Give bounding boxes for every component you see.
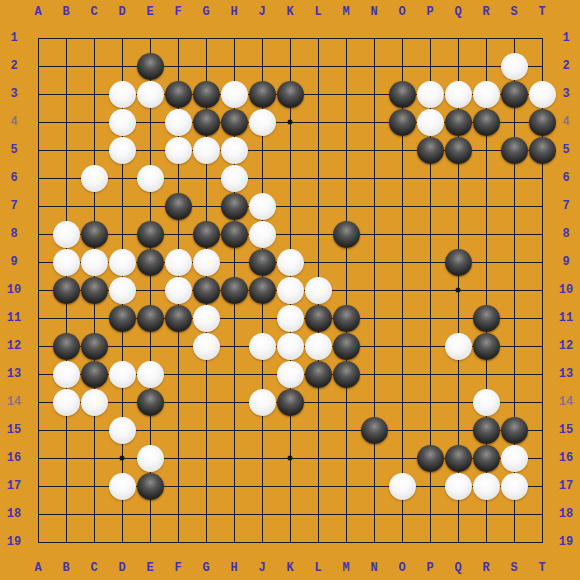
white-stone-b8[interactable] [53,221,80,248]
white-stone-g12[interactable] [193,333,220,360]
intersection-m15[interactable] [332,416,360,444]
intersection-q18[interactable] [444,500,472,528]
intersection-m17[interactable] [332,472,360,500]
white-stone-k13[interactable] [277,361,304,388]
black-stone-k14[interactable] [277,389,304,416]
intersection-f16[interactable] [164,444,192,472]
intersection-s11[interactable] [500,304,528,332]
intersection-a14[interactable] [24,388,52,416]
intersection-g1[interactable] [192,24,220,52]
white-stone-c9[interactable] [81,249,108,276]
intersection-l4[interactable] [304,108,332,136]
intersection-l2[interactable] [304,52,332,80]
intersection-b19[interactable] [52,528,80,556]
intersection-a12[interactable] [24,332,52,360]
white-stone-r3[interactable] [473,81,500,108]
intersection-l14[interactable] [304,388,332,416]
intersection-c4[interactable] [80,108,108,136]
white-stone-t3[interactable] [529,81,556,108]
black-stone-b10[interactable] [53,277,80,304]
white-stone-p4[interactable] [417,109,444,136]
intersection-h17[interactable] [220,472,248,500]
intersection-k8[interactable] [276,220,304,248]
intersection-l19[interactable] [304,528,332,556]
white-stone-d17[interactable] [109,473,136,500]
intersection-n18[interactable] [360,500,388,528]
white-stone-b13[interactable] [53,361,80,388]
white-stone-f5[interactable] [165,137,192,164]
white-stone-b14[interactable] [53,389,80,416]
black-stone-e17[interactable] [137,473,164,500]
intersection-q10[interactable] [444,276,472,304]
intersection-h16[interactable] [220,444,248,472]
intersection-o9[interactable] [388,248,416,276]
intersection-q6[interactable] [444,164,472,192]
intersection-c5[interactable] [80,136,108,164]
intersection-p14[interactable] [416,388,444,416]
intersection-r2[interactable] [472,52,500,80]
intersection-k5[interactable] [276,136,304,164]
white-stone-k11[interactable] [277,305,304,332]
intersection-p18[interactable] [416,500,444,528]
black-stone-c12[interactable] [81,333,108,360]
intersection-g6[interactable] [192,164,220,192]
white-stone-e6[interactable] [137,165,164,192]
intersection-l6[interactable] [304,164,332,192]
white-stone-s16[interactable] [501,445,528,472]
white-stone-c6[interactable] [81,165,108,192]
white-stone-g5[interactable] [193,137,220,164]
white-stone-j7[interactable] [249,193,276,220]
intersection-s10[interactable] [500,276,528,304]
intersection-g2[interactable] [192,52,220,80]
intersection-f13[interactable] [164,360,192,388]
intersection-p19[interactable] [416,528,444,556]
black-stone-p5[interactable] [417,137,444,164]
intersection-t1[interactable] [528,24,556,52]
intersection-a13[interactable] [24,360,52,388]
intersection-h2[interactable] [220,52,248,80]
intersection-p6[interactable] [416,164,444,192]
intersection-a11[interactable] [24,304,52,332]
intersection-d8[interactable] [108,220,136,248]
white-stone-d9[interactable] [109,249,136,276]
intersection-o19[interactable] [388,528,416,556]
intersection-q19[interactable] [444,528,472,556]
intersection-r10[interactable] [472,276,500,304]
intersection-s18[interactable] [500,500,528,528]
black-stone-g10[interactable] [193,277,220,304]
intersection-j11[interactable] [248,304,276,332]
black-stone-h4[interactable] [221,109,248,136]
intersection-g16[interactable] [192,444,220,472]
black-stone-f11[interactable] [165,305,192,332]
black-stone-b12[interactable] [53,333,80,360]
white-stone-o17[interactable] [389,473,416,500]
intersection-f8[interactable] [164,220,192,248]
intersection-l1[interactable] [304,24,332,52]
intersection-t12[interactable] [528,332,556,360]
intersection-j18[interactable] [248,500,276,528]
intersection-f12[interactable] [164,332,192,360]
white-stone-k10[interactable] [277,277,304,304]
intersection-c18[interactable] [80,500,108,528]
black-stone-r4[interactable] [473,109,500,136]
intersection-n7[interactable] [360,192,388,220]
intersection-t2[interactable] [528,52,556,80]
intersection-a15[interactable] [24,416,52,444]
intersection-s14[interactable] [500,388,528,416]
intersection-k7[interactable] [276,192,304,220]
intersection-c3[interactable] [80,80,108,108]
intersection-j15[interactable] [248,416,276,444]
white-stone-e16[interactable] [137,445,164,472]
intersection-h15[interactable] [220,416,248,444]
black-stone-q9[interactable] [445,249,472,276]
intersection-d18[interactable] [108,500,136,528]
intersection-e19[interactable] [136,528,164,556]
intersection-f18[interactable] [164,500,192,528]
intersection-r9[interactable] [472,248,500,276]
intersection-p13[interactable] [416,360,444,388]
intersection-g7[interactable] [192,192,220,220]
intersection-f2[interactable] [164,52,192,80]
intersection-a1[interactable] [24,24,52,52]
intersection-a2[interactable] [24,52,52,80]
intersection-o15[interactable] [388,416,416,444]
intersection-p17[interactable] [416,472,444,500]
intersection-m14[interactable] [332,388,360,416]
intersection-s6[interactable] [500,164,528,192]
white-stone-d10[interactable] [109,277,136,304]
black-stone-s15[interactable] [501,417,528,444]
intersection-t10[interactable] [528,276,556,304]
black-stone-j3[interactable] [249,81,276,108]
white-stone-f10[interactable] [165,277,192,304]
white-stone-b9[interactable] [53,249,80,276]
intersection-b2[interactable] [52,52,80,80]
intersection-o1[interactable] [388,24,416,52]
intersection-t6[interactable] [528,164,556,192]
intersection-a3[interactable] [24,80,52,108]
white-stone-r14[interactable] [473,389,500,416]
intersection-n16[interactable] [360,444,388,472]
intersection-k6[interactable] [276,164,304,192]
intersection-e1[interactable] [136,24,164,52]
black-stone-h7[interactable] [221,193,248,220]
intersection-h1[interactable] [220,24,248,52]
black-stone-m11[interactable] [333,305,360,332]
intersection-q11[interactable] [444,304,472,332]
intersection-o12[interactable] [388,332,416,360]
intersection-j16[interactable] [248,444,276,472]
intersection-r1[interactable] [472,24,500,52]
white-stone-p3[interactable] [417,81,444,108]
intersection-h11[interactable] [220,304,248,332]
intersection-d6[interactable] [108,164,136,192]
white-stone-j4[interactable] [249,109,276,136]
black-stone-t5[interactable] [529,137,556,164]
intersection-m19[interactable] [332,528,360,556]
intersection-n2[interactable] [360,52,388,80]
intersection-d16[interactable] [108,444,136,472]
white-stone-s2[interactable] [501,53,528,80]
intersection-n8[interactable] [360,220,388,248]
intersection-o2[interactable] [388,52,416,80]
white-stone-q17[interactable] [445,473,472,500]
white-stone-l10[interactable] [305,277,332,304]
intersection-m4[interactable] [332,108,360,136]
black-stone-r15[interactable] [473,417,500,444]
intersection-k17[interactable] [276,472,304,500]
intersection-l9[interactable] [304,248,332,276]
intersection-c17[interactable] [80,472,108,500]
intersection-n13[interactable] [360,360,388,388]
intersection-q13[interactable] [444,360,472,388]
intersection-f19[interactable] [164,528,192,556]
intersection-a17[interactable] [24,472,52,500]
intersection-f17[interactable] [164,472,192,500]
intersection-s4[interactable] [500,108,528,136]
intersection-f1[interactable] [164,24,192,52]
intersection-k15[interactable] [276,416,304,444]
white-stone-f4[interactable] [165,109,192,136]
intersection-a16[interactable] [24,444,52,472]
black-stone-e2[interactable] [137,53,164,80]
intersection-n3[interactable] [360,80,388,108]
white-stone-q12[interactable] [445,333,472,360]
intersection-l18[interactable] [304,500,332,528]
intersection-m5[interactable] [332,136,360,164]
intersection-t8[interactable] [528,220,556,248]
intersection-t9[interactable] [528,248,556,276]
intersection-g14[interactable] [192,388,220,416]
intersection-m1[interactable] [332,24,360,52]
intersection-r13[interactable] [472,360,500,388]
intersection-p7[interactable] [416,192,444,220]
intersection-s1[interactable] [500,24,528,52]
intersection-q2[interactable] [444,52,472,80]
intersection-b5[interactable] [52,136,80,164]
intersection-c7[interactable] [80,192,108,220]
intersection-p8[interactable] [416,220,444,248]
intersection-o7[interactable] [388,192,416,220]
intersection-c2[interactable] [80,52,108,80]
intersection-d7[interactable] [108,192,136,220]
intersection-c1[interactable] [80,24,108,52]
intersection-o14[interactable] [388,388,416,416]
white-stone-j12[interactable] [249,333,276,360]
black-stone-q16[interactable] [445,445,472,472]
intersection-b6[interactable] [52,164,80,192]
intersection-r8[interactable] [472,220,500,248]
intersection-b11[interactable] [52,304,80,332]
intersection-c19[interactable] [80,528,108,556]
intersection-b16[interactable] [52,444,80,472]
intersection-p1[interactable] [416,24,444,52]
white-stone-d3[interactable] [109,81,136,108]
intersection-l16[interactable] [304,444,332,472]
intersection-t13[interactable] [528,360,556,388]
intersection-d2[interactable] [108,52,136,80]
intersection-b4[interactable] [52,108,80,136]
intersection-b1[interactable] [52,24,80,52]
black-stone-m13[interactable] [333,361,360,388]
black-stone-f7[interactable] [165,193,192,220]
intersection-l15[interactable] [304,416,332,444]
intersection-e7[interactable] [136,192,164,220]
black-stone-o4[interactable] [389,109,416,136]
white-stone-j14[interactable] [249,389,276,416]
intersection-p15[interactable] [416,416,444,444]
black-stone-g8[interactable] [193,221,220,248]
intersection-o16[interactable] [388,444,416,472]
intersection-c16[interactable] [80,444,108,472]
intersection-a10[interactable] [24,276,52,304]
intersection-m2[interactable] [332,52,360,80]
intersection-a19[interactable] [24,528,52,556]
intersection-j6[interactable] [248,164,276,192]
white-stone-h6[interactable] [221,165,248,192]
intersection-e18[interactable] [136,500,164,528]
white-stone-r17[interactable] [473,473,500,500]
white-stone-d13[interactable] [109,361,136,388]
intersection-g17[interactable] [192,472,220,500]
black-stone-r12[interactable] [473,333,500,360]
white-stone-c14[interactable] [81,389,108,416]
black-stone-o3[interactable] [389,81,416,108]
intersection-k19[interactable] [276,528,304,556]
intersection-o8[interactable] [388,220,416,248]
intersection-q15[interactable] [444,416,472,444]
white-stone-h5[interactable] [221,137,248,164]
intersection-e15[interactable] [136,416,164,444]
intersection-j19[interactable] [248,528,276,556]
intersection-h9[interactable] [220,248,248,276]
black-stone-c13[interactable] [81,361,108,388]
intersection-j1[interactable] [248,24,276,52]
intersection-j2[interactable] [248,52,276,80]
intersection-t18[interactable] [528,500,556,528]
intersection-o6[interactable] [388,164,416,192]
intersection-b3[interactable] [52,80,80,108]
intersection-l5[interactable] [304,136,332,164]
black-stone-n15[interactable] [361,417,388,444]
intersection-a8[interactable] [24,220,52,248]
intersection-h14[interactable] [220,388,248,416]
white-stone-s17[interactable] [501,473,528,500]
intersection-g19[interactable] [192,528,220,556]
intersection-h18[interactable] [220,500,248,528]
white-stone-l12[interactable] [305,333,332,360]
intersection-j17[interactable] [248,472,276,500]
black-stone-j9[interactable] [249,249,276,276]
white-stone-q3[interactable] [445,81,472,108]
intersection-b18[interactable] [52,500,80,528]
white-stone-g9[interactable] [193,249,220,276]
intersection-p2[interactable] [416,52,444,80]
intersection-j5[interactable] [248,136,276,164]
black-stone-k3[interactable] [277,81,304,108]
intersection-r18[interactable] [472,500,500,528]
black-stone-r16[interactable] [473,445,500,472]
intersection-b7[interactable] [52,192,80,220]
intersection-n5[interactable] [360,136,388,164]
intersection-p9[interactable] [416,248,444,276]
intersection-d12[interactable] [108,332,136,360]
black-stone-g3[interactable] [193,81,220,108]
black-stone-q5[interactable] [445,137,472,164]
white-stone-d4[interactable] [109,109,136,136]
intersection-k16[interactable] [276,444,304,472]
intersection-f14[interactable] [164,388,192,416]
intersection-k4[interactable] [276,108,304,136]
intersection-o18[interactable] [388,500,416,528]
white-stone-e3[interactable] [137,81,164,108]
intersection-l17[interactable] [304,472,332,500]
intersection-n1[interactable] [360,24,388,52]
intersection-a6[interactable] [24,164,52,192]
intersection-b15[interactable] [52,416,80,444]
intersection-n10[interactable] [360,276,388,304]
black-stone-s3[interactable] [501,81,528,108]
intersection-h19[interactable] [220,528,248,556]
intersection-o10[interactable] [388,276,416,304]
intersection-g18[interactable] [192,500,220,528]
intersection-m6[interactable] [332,164,360,192]
intersection-l7[interactable] [304,192,332,220]
black-stone-e14[interactable] [137,389,164,416]
intersection-a5[interactable] [24,136,52,164]
white-stone-j8[interactable] [249,221,276,248]
black-stone-h8[interactable] [221,221,248,248]
intersection-t17[interactable] [528,472,556,500]
intersection-n12[interactable] [360,332,388,360]
intersection-p12[interactable] [416,332,444,360]
intersection-s9[interactable] [500,248,528,276]
intersection-s7[interactable] [500,192,528,220]
black-stone-h10[interactable] [221,277,248,304]
intersection-l3[interactable] [304,80,332,108]
intersection-j13[interactable] [248,360,276,388]
intersection-n11[interactable] [360,304,388,332]
intersection-t11[interactable] [528,304,556,332]
white-stone-f9[interactable] [165,249,192,276]
intersection-g15[interactable] [192,416,220,444]
intersection-m9[interactable] [332,248,360,276]
intersection-o11[interactable] [388,304,416,332]
white-stone-e13[interactable] [137,361,164,388]
intersection-m10[interactable] [332,276,360,304]
black-stone-c10[interactable] [81,277,108,304]
intersection-a4[interactable] [24,108,52,136]
intersection-s19[interactable] [500,528,528,556]
intersection-n14[interactable] [360,388,388,416]
intersection-a18[interactable] [24,500,52,528]
black-stone-q4[interactable] [445,109,472,136]
intersection-t7[interactable] [528,192,556,220]
intersection-r19[interactable] [472,528,500,556]
intersection-d19[interactable] [108,528,136,556]
intersection-n6[interactable] [360,164,388,192]
intersection-f6[interactable] [164,164,192,192]
intersection-o5[interactable] [388,136,416,164]
intersection-l8[interactable] [304,220,332,248]
intersection-g13[interactable] [192,360,220,388]
intersection-a7[interactable] [24,192,52,220]
intersection-r6[interactable] [472,164,500,192]
black-stone-e9[interactable] [137,249,164,276]
